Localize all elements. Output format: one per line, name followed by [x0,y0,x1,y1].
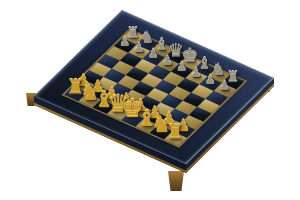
board-foot-near [168,171,184,191]
piece-black-silver-pawn[interactable]: ♟ [148,49,159,62]
piece-black-silver-pawn[interactable]: ♟ [119,36,130,49]
piece-black-silver-pawn[interactable]: ♟ [219,80,230,93]
piece-black-silver-pawn[interactable]: ♟ [205,74,216,87]
piece-black-silver-pawn[interactable]: ♟ [162,55,173,68]
piece-black-silver-pawn[interactable]: ♟ [176,61,187,74]
piece-black-silver-pawn[interactable]: ♟ [190,68,201,81]
piece-white-gold-rook[interactable]: ♜ [166,121,184,141]
chess-set-photo: ♜♞♝♛♚♝♞♜♟♟♟♟♟♟♟♟♟♟♟♟♟♟♟♟♜♞♝♛♚♝♞♜ [0,0,300,200]
piece-black-silver-pawn[interactable]: ♟ [133,42,144,55]
